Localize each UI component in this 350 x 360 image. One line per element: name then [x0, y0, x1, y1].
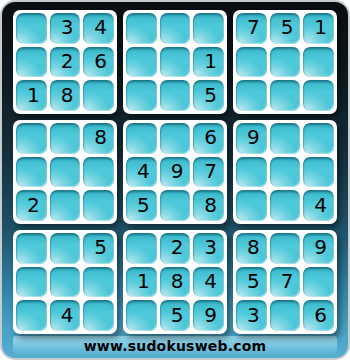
cell-r1c3[interactable]: 4: [83, 13, 114, 44]
cell-r5c8[interactable]: [270, 157, 301, 188]
cell-r7c5[interactable]: 2: [160, 233, 191, 264]
cell-r8c2[interactable]: [50, 267, 81, 298]
cell-r5c6[interactable]: 7: [193, 157, 224, 188]
box-2: 15: [123, 10, 227, 114]
cell-digit: 3: [204, 237, 217, 257]
cell-digit: 9: [314, 237, 327, 257]
box-1: 342618: [13, 10, 117, 114]
sudoku-plaque: 342618157518264975894542318459895736 www…: [0, 0, 350, 360]
cell-r5c9[interactable]: [303, 157, 334, 188]
cell-r3c3[interactable]: [83, 80, 114, 111]
cell-r2c3[interactable]: 6: [83, 47, 114, 78]
cell-digit: 2: [27, 195, 40, 215]
cell-r8c7[interactable]: 5: [236, 267, 267, 298]
cell-digit: 7: [204, 161, 217, 181]
cell-r7c6[interactable]: 3: [193, 233, 224, 264]
cell-r6c3[interactable]: [83, 190, 114, 221]
cell-digit: 8: [204, 195, 217, 215]
cell-digit: 2: [61, 51, 74, 71]
cell-r8c3[interactable]: [83, 267, 114, 298]
cell-digit: 1: [137, 271, 150, 291]
box-8: 2318459: [123, 230, 227, 334]
cell-r3c9[interactable]: [303, 80, 334, 111]
cell-digit: 1: [204, 51, 217, 71]
footer-bar: www.sudokusweb.com: [13, 336, 337, 355]
cell-r9c5[interactable]: 5: [160, 300, 191, 331]
cell-digit: 4: [94, 17, 107, 37]
cell-digit: 8: [171, 271, 184, 291]
cell-r5c4[interactable]: 4: [126, 157, 157, 188]
cell-digit: 6: [204, 127, 217, 147]
cell-r7c1[interactable]: [16, 233, 47, 264]
cell-digit: 5: [171, 305, 184, 325]
cell-r4c8[interactable]: [270, 123, 301, 154]
box-7: 54: [13, 230, 117, 334]
cell-r2c9[interactable]: [303, 47, 334, 78]
cell-r6c5[interactable]: [160, 190, 191, 221]
cell-r9c8[interactable]: [270, 300, 301, 331]
cell-digit: 9: [247, 127, 260, 147]
cell-r8c5[interactable]: 8: [160, 267, 191, 298]
cell-r3c6[interactable]: 5: [193, 80, 224, 111]
cell-r8c6[interactable]: 4: [193, 267, 224, 298]
cell-digit: 6: [94, 51, 107, 71]
cell-r5c5[interactable]: 9: [160, 157, 191, 188]
cell-r1c5[interactable]: [160, 13, 191, 44]
cell-r2c6[interactable]: 1: [193, 47, 224, 78]
box-6: 94: [233, 120, 337, 224]
cell-digit: 2: [171, 237, 184, 257]
cell-r9c4[interactable]: [126, 300, 157, 331]
cell-digit: 9: [204, 305, 217, 325]
cell-digit: 8: [61, 85, 74, 105]
cell-r2c4[interactable]: [126, 47, 157, 78]
cell-r2c8[interactable]: [270, 47, 301, 78]
cell-r3c4[interactable]: [126, 80, 157, 111]
cell-r3c7[interactable]: [236, 80, 267, 111]
cell-digit: 5: [247, 271, 260, 291]
cell-digit: 5: [204, 85, 217, 105]
cell-digit: 7: [247, 17, 260, 37]
cell-r6c6[interactable]: 8: [193, 190, 224, 221]
cell-r4c6[interactable]: 6: [193, 123, 224, 154]
cell-r5c2[interactable]: [50, 157, 81, 188]
cell-r2c7[interactable]: [236, 47, 267, 78]
cell-digit: 3: [247, 305, 260, 325]
box-3: 751: [233, 10, 337, 114]
cell-r6c1[interactable]: 2: [16, 190, 47, 221]
cell-digit: 9: [171, 161, 184, 181]
cell-digit: 3: [61, 17, 74, 37]
cell-r7c4[interactable]: [126, 233, 157, 264]
cell-digit: 7: [281, 271, 294, 291]
cell-r4c4[interactable]: [126, 123, 157, 154]
cell-r3c2[interactable]: 8: [50, 80, 81, 111]
cell-r7c3[interactable]: 5: [83, 233, 114, 264]
cell-r7c9[interactable]: 9: [303, 233, 334, 264]
cell-r3c8[interactable]: [270, 80, 301, 111]
cell-r9c2[interactable]: 4: [50, 300, 81, 331]
cell-r8c8[interactable]: 7: [270, 267, 301, 298]
cell-digit: 8: [94, 127, 107, 147]
cell-r7c7[interactable]: 8: [236, 233, 267, 264]
cell-r6c4[interactable]: 5: [126, 190, 157, 221]
cell-r9c6[interactable]: 9: [193, 300, 224, 331]
cell-digit: 1: [27, 85, 40, 105]
cell-r2c1[interactable]: [16, 47, 47, 78]
cell-digit: 4: [61, 305, 74, 325]
website-link[interactable]: www.sudokusweb.com: [84, 338, 267, 354]
cell-digit: 6: [314, 305, 327, 325]
cell-digit: 4: [314, 195, 327, 215]
box-4: 82: [13, 120, 117, 224]
cell-r1c2[interactable]: 3: [50, 13, 81, 44]
cell-r3c1[interactable]: 1: [16, 80, 47, 111]
cell-r1c9[interactable]: 1: [303, 13, 334, 44]
cell-r9c9[interactable]: 6: [303, 300, 334, 331]
cell-r7c2[interactable]: [50, 233, 81, 264]
cell-digit: 4: [137, 161, 150, 181]
cell-r7c8[interactable]: [270, 233, 301, 264]
cell-digit: 5: [94, 237, 107, 257]
cell-r4c5[interactable]: [160, 123, 191, 154]
box-5: 649758: [123, 120, 227, 224]
cell-r8c1[interactable]: [16, 267, 47, 298]
box-9: 895736: [233, 230, 337, 334]
cell-digit: 5: [137, 195, 150, 215]
cell-r1c6[interactable]: [193, 13, 224, 44]
cell-r5c1[interactable]: [16, 157, 47, 188]
cell-r4c9[interactable]: [303, 123, 334, 154]
cell-r4c7[interactable]: 9: [236, 123, 267, 154]
cell-r6c8[interactable]: [270, 190, 301, 221]
cell-r9c3[interactable]: [83, 300, 114, 331]
cell-r3c5[interactable]: [160, 80, 191, 111]
cell-r4c2[interactable]: [50, 123, 81, 154]
cell-r9c7[interactable]: 3: [236, 300, 267, 331]
cell-r4c1[interactable]: [16, 123, 47, 154]
cell-r2c5[interactable]: [160, 47, 191, 78]
cell-r1c4[interactable]: [126, 13, 157, 44]
cell-r5c3[interactable]: [83, 157, 114, 188]
cell-r8c4[interactable]: 1: [126, 267, 157, 298]
cell-digit: 5: [281, 17, 294, 37]
cell-r1c8[interactable]: 5: [270, 13, 301, 44]
cell-digit: 4: [204, 271, 217, 291]
cell-r1c7[interactable]: 7: [236, 13, 267, 44]
cell-r8c9[interactable]: [303, 267, 334, 298]
cell-r4c3[interactable]: 8: [83, 123, 114, 154]
cell-digit: 8: [247, 237, 260, 257]
sudoku-board: 342618157518264975894542318459895736: [13, 10, 337, 334]
cell-r6c7[interactable]: [236, 190, 267, 221]
cell-r6c2[interactable]: [50, 190, 81, 221]
cell-r6c9[interactable]: 4: [303, 190, 334, 221]
cell-r5c7[interactable]: [236, 157, 267, 188]
cell-r2c2[interactable]: 2: [50, 47, 81, 78]
cell-digit: 1: [314, 17, 327, 37]
cell-r9c1[interactable]: [16, 300, 47, 331]
cell-r1c1[interactable]: [16, 13, 47, 44]
